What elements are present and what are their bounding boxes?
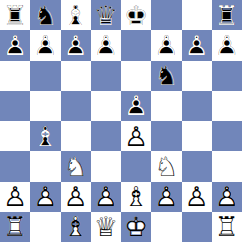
white-pawn[interactable]: ♟♙ <box>0 182 30 212</box>
square-e7[interactable] <box>121 30 151 60</box>
white-rook[interactable]: ♜♖ <box>0 212 30 242</box>
square-d6[interactable] <box>91 61 121 91</box>
white-king[interactable]: ♚♔ <box>121 212 151 242</box>
black-queen[interactable]: ♛♕ <box>91 0 121 30</box>
square-d7[interactable]: ♟♙ <box>91 30 121 60</box>
black-knight[interactable]: ♞♘ <box>151 61 181 91</box>
square-d8[interactable]: ♛♕ <box>91 0 121 30</box>
black-pawn[interactable]: ♟♙ <box>151 30 181 60</box>
white-pawn[interactable]: ♟♙ <box>61 182 91 212</box>
piece-outline-glyph: ♘ <box>61 151 91 181</box>
square-f4[interactable] <box>151 121 181 151</box>
black-pawn[interactable]: ♟♙ <box>61 30 91 60</box>
white-bishop[interactable]: ♝♗ <box>61 212 91 242</box>
piece-outline-glyph: ♙ <box>61 30 91 60</box>
square-d3[interactable] <box>91 151 121 181</box>
square-a8[interactable]: ♜♖ <box>0 0 30 30</box>
piece-fill-glyph: ♛ <box>91 212 121 242</box>
chess-board: ♜♖♞♘♝♗♛♕♚♔♜♖♟♙♟♙♟♙♟♙♟♙♟♙♟♙♞♘♟♙♝♗♟♙♞♘♞♘♟♙… <box>0 0 242 242</box>
piece-fill-glyph: ♟ <box>212 30 242 60</box>
piece-fill-glyph: ♞ <box>30 0 60 30</box>
square-b1[interactable] <box>30 212 60 242</box>
piece-outline-glyph: ♕ <box>91 0 121 30</box>
square-b2[interactable]: ♟♙ <box>30 182 60 212</box>
square-g4[interactable] <box>182 121 212 151</box>
square-g5[interactable] <box>182 91 212 121</box>
square-h6[interactable] <box>212 61 242 91</box>
piece-outline-glyph: ♙ <box>121 91 151 121</box>
square-d1[interactable]: ♛♕ <box>91 212 121 242</box>
black-rook[interactable]: ♜♖ <box>0 0 30 30</box>
square-a3[interactable] <box>0 151 30 181</box>
piece-outline-glyph: ♙ <box>30 182 60 212</box>
square-c6[interactable] <box>61 61 91 91</box>
square-h5[interactable] <box>212 91 242 121</box>
piece-outline-glyph: ♘ <box>151 61 181 91</box>
square-c5[interactable] <box>61 91 91 121</box>
piece-fill-glyph: ♝ <box>121 182 151 212</box>
white-pawn[interactable]: ♟♙ <box>121 121 151 151</box>
piece-outline-glyph: ♖ <box>212 0 242 30</box>
piece-fill-glyph: ♟ <box>121 121 151 151</box>
square-f3[interactable]: ♞♘ <box>151 151 181 181</box>
square-f8[interactable] <box>151 0 181 30</box>
square-b6[interactable] <box>30 61 60 91</box>
piece-outline-glyph: ♙ <box>182 30 212 60</box>
piece-outline-glyph: ♙ <box>212 182 242 212</box>
square-c3[interactable]: ♞♘ <box>61 151 91 181</box>
square-h8[interactable]: ♜♖ <box>212 0 242 30</box>
black-bishop[interactable]: ♝♗ <box>30 121 60 151</box>
piece-outline-glyph: ♖ <box>212 212 242 242</box>
square-h7[interactable]: ♟♙ <box>212 30 242 60</box>
piece-outline-glyph: ♙ <box>30 30 60 60</box>
white-pawn[interactable]: ♟♙ <box>30 182 60 212</box>
piece-outline-glyph: ♗ <box>30 121 60 151</box>
square-d4[interactable] <box>91 121 121 151</box>
piece-outline-glyph: ♗ <box>61 0 91 30</box>
square-g1[interactable] <box>182 212 212 242</box>
piece-fill-glyph: ♟ <box>151 182 181 212</box>
piece-outline-glyph: ♗ <box>121 182 151 212</box>
piece-outline-glyph: ♘ <box>30 0 60 30</box>
square-d2[interactable]: ♟♙ <box>91 182 121 212</box>
white-pawn[interactable]: ♟♙ <box>151 182 181 212</box>
square-c8[interactable]: ♝♗ <box>61 0 91 30</box>
square-e8[interactable]: ♚♔ <box>121 0 151 30</box>
square-c2[interactable]: ♟♙ <box>61 182 91 212</box>
square-a2[interactable]: ♟♙ <box>0 182 30 212</box>
square-b5[interactable] <box>30 91 60 121</box>
piece-outline-glyph: ♙ <box>182 182 212 212</box>
piece-fill-glyph: ♝ <box>61 0 91 30</box>
square-e4[interactable]: ♟♙ <box>121 121 151 151</box>
piece-outline-glyph: ♕ <box>91 212 121 242</box>
square-b4[interactable]: ♝♗ <box>30 121 60 151</box>
square-a4[interactable] <box>0 121 30 151</box>
square-h1[interactable]: ♜♖ <box>212 212 242 242</box>
piece-outline-glyph: ♗ <box>61 212 91 242</box>
piece-fill-glyph: ♟ <box>182 182 212 212</box>
square-b7[interactable]: ♟♙ <box>30 30 60 60</box>
piece-fill-glyph: ♟ <box>151 30 181 60</box>
square-h2[interactable]: ♟♙ <box>212 182 242 212</box>
piece-fill-glyph: ♟ <box>30 182 60 212</box>
black-bishop[interactable]: ♝♗ <box>61 0 91 30</box>
piece-fill-glyph: ♝ <box>61 212 91 242</box>
piece-fill-glyph: ♝ <box>30 121 60 151</box>
piece-outline-glyph: ♙ <box>0 182 30 212</box>
piece-outline-glyph: ♔ <box>121 0 151 30</box>
piece-fill-glyph: ♜ <box>212 0 242 30</box>
black-pawn[interactable]: ♟♙ <box>91 30 121 60</box>
piece-outline-glyph: ♘ <box>151 151 181 181</box>
white-rook[interactable]: ♜♖ <box>212 212 242 242</box>
piece-outline-glyph: ♙ <box>91 30 121 60</box>
piece-fill-glyph: ♟ <box>91 182 121 212</box>
square-f5[interactable] <box>151 91 181 121</box>
black-pawn[interactable]: ♟♙ <box>30 30 60 60</box>
white-knight[interactable]: ♞♘ <box>151 151 181 181</box>
piece-fill-glyph: ♜ <box>212 212 242 242</box>
piece-outline-glyph: ♙ <box>121 121 151 151</box>
square-c1[interactable]: ♝♗ <box>61 212 91 242</box>
square-b3[interactable] <box>30 151 60 181</box>
square-g6[interactable] <box>182 61 212 91</box>
white-pawn[interactable]: ♟♙ <box>182 182 212 212</box>
square-e1[interactable]: ♚♔ <box>121 212 151 242</box>
square-g7[interactable]: ♟♙ <box>182 30 212 60</box>
piece-fill-glyph: ♟ <box>212 182 242 212</box>
white-pawn[interactable]: ♟♙ <box>91 182 121 212</box>
piece-fill-glyph: ♟ <box>30 30 60 60</box>
square-c4[interactable] <box>61 121 91 151</box>
piece-outline-glyph: ♙ <box>91 182 121 212</box>
square-g8[interactable] <box>182 0 212 30</box>
piece-outline-glyph: ♙ <box>212 30 242 60</box>
square-f2[interactable]: ♟♙ <box>151 182 181 212</box>
piece-outline-glyph: ♙ <box>151 30 181 60</box>
piece-fill-glyph: ♟ <box>61 30 91 60</box>
square-g2[interactable]: ♟♙ <box>182 182 212 212</box>
piece-fill-glyph: ♜ <box>0 212 30 242</box>
square-e5[interactable]: ♟♙ <box>121 91 151 121</box>
square-f7[interactable]: ♟♙ <box>151 30 181 60</box>
square-c7[interactable]: ♟♙ <box>61 30 91 60</box>
piece-fill-glyph: ♟ <box>0 30 30 60</box>
piece-outline-glyph: ♙ <box>151 182 181 212</box>
piece-fill-glyph: ♟ <box>0 182 30 212</box>
square-e2[interactable]: ♝♗ <box>121 182 151 212</box>
piece-outline-glyph: ♔ <box>121 212 151 242</box>
piece-fill-glyph: ♟ <box>182 30 212 60</box>
square-g3[interactable] <box>182 151 212 181</box>
piece-fill-glyph: ♚ <box>121 212 151 242</box>
black-pawn[interactable]: ♟♙ <box>0 30 30 60</box>
piece-fill-glyph: ♛ <box>91 0 121 30</box>
white-pawn[interactable]: ♟♙ <box>212 182 242 212</box>
black-king[interactable]: ♚♔ <box>121 0 151 30</box>
square-a1[interactable]: ♜♖ <box>0 212 30 242</box>
square-b8[interactable]: ♞♘ <box>30 0 60 30</box>
piece-fill-glyph: ♟ <box>121 91 151 121</box>
white-knight[interactable]: ♞♘ <box>61 151 91 181</box>
piece-outline-glyph: ♖ <box>0 0 30 30</box>
square-a7[interactable]: ♟♙ <box>0 30 30 60</box>
piece-fill-glyph: ♞ <box>151 61 181 91</box>
square-h4[interactable] <box>212 121 242 151</box>
white-bishop[interactable]: ♝♗ <box>121 182 151 212</box>
black-knight[interactable]: ♞♘ <box>30 0 60 30</box>
black-rook[interactable]: ♜♖ <box>212 0 242 30</box>
piece-fill-glyph: ♜ <box>0 0 30 30</box>
piece-fill-glyph: ♞ <box>61 151 91 181</box>
black-pawn[interactable]: ♟♙ <box>212 30 242 60</box>
square-f1[interactable] <box>151 212 181 242</box>
white-queen[interactable]: ♛♕ <box>91 212 121 242</box>
piece-outline-glyph: ♙ <box>61 182 91 212</box>
square-e3[interactable] <box>121 151 151 181</box>
square-f6[interactable]: ♞♘ <box>151 61 181 91</box>
square-h3[interactable] <box>212 151 242 181</box>
chess-app: ♜♖♞♘♝♗♛♕♚♔♜♖♟♙♟♙♟♙♟♙♟♙♟♙♟♙♞♘♟♙♝♗♟♙♞♘♞♘♟♙… <box>0 0 242 242</box>
piece-outline-glyph: ♙ <box>0 30 30 60</box>
square-a5[interactable] <box>0 91 30 121</box>
square-a6[interactable] <box>0 61 30 91</box>
square-e6[interactable] <box>121 61 151 91</box>
black-pawn[interactable]: ♟♙ <box>182 30 212 60</box>
piece-fill-glyph: ♚ <box>121 0 151 30</box>
piece-outline-glyph: ♖ <box>0 212 30 242</box>
piece-fill-glyph: ♟ <box>61 182 91 212</box>
piece-fill-glyph: ♟ <box>91 30 121 60</box>
piece-fill-glyph: ♞ <box>151 151 181 181</box>
black-pawn[interactable]: ♟♙ <box>121 91 151 121</box>
square-d5[interactable] <box>91 91 121 121</box>
